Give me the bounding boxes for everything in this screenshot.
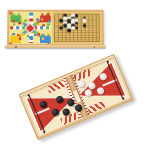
black-stone (67, 28, 71, 32)
ludo-dot (36, 19, 38, 21)
black-stone (60, 26, 64, 30)
ludo-board (9, 12, 52, 44)
ludo-dot (45, 19, 47, 21)
elastic-peg (106, 60, 109, 63)
rail-screw (15, 46, 17, 48)
ludo-dot (38, 33, 40, 35)
ludo-dot (48, 23, 50, 25)
ludo-dot (31, 18, 33, 20)
ludo-dot (42, 37, 44, 39)
sling-field (21, 57, 130, 137)
gomoku-board (52, 12, 102, 44)
ludo-dot (17, 34, 19, 36)
flip-board (7, 10, 104, 46)
product-photo (0, 0, 160, 160)
board-front-rail (5, 45, 106, 48)
ludo-dot (20, 18, 22, 20)
ludo-dot (48, 33, 50, 35)
rail-screw (94, 46, 96, 48)
gomoku-grid (54, 14, 100, 42)
black-stone (75, 21, 79, 25)
ludo-dot (43, 34, 45, 36)
ludo-dot (14, 23, 16, 25)
elastic-peg (122, 97, 125, 100)
white-stone (83, 19, 87, 23)
ludo-dot (30, 38, 32, 40)
ludo-dot (41, 18, 43, 20)
black-stone (75, 14, 79, 17)
ludo-dot (27, 35, 29, 37)
ludo-dot (37, 23, 39, 25)
ludo-dot (19, 23, 21, 25)
sling-puck-board (18, 54, 133, 141)
ludo-dot (13, 33, 15, 35)
ludo-dot (16, 19, 18, 21)
black-stone (75, 26, 79, 30)
ludo-dot (42, 24, 44, 26)
ludo-dot (22, 34, 24, 36)
elastic-peg (43, 131, 46, 134)
ludo-dot (19, 37, 21, 39)
black-stone (83, 24, 87, 28)
ludo-dot (34, 34, 36, 36)
ludo-dot (25, 19, 27, 21)
